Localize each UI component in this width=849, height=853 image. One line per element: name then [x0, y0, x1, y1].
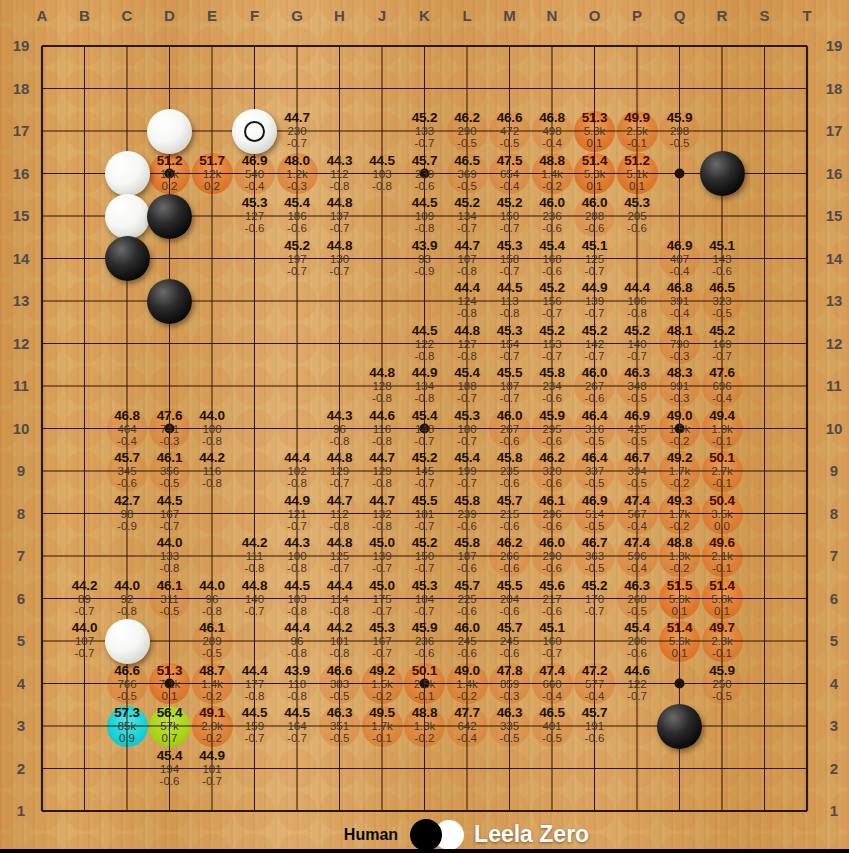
analysis-point-D7[interactable]: 44.0133-0.8 — [128, 536, 212, 574]
winrate-value: 46.1 — [170, 621, 254, 635]
visits-value: 100 — [170, 423, 254, 435]
visits-value: 116 — [170, 465, 254, 477]
analysis-point-R10[interactable]: 49.41.9k-0.1 — [680, 409, 764, 447]
visits-value: 323 — [680, 295, 764, 307]
analysis-point-Q17[interactable]: 45.9298-0.5 — [638, 111, 722, 149]
analysis-point-P16[interactable]: 51.25.1k0.1 — [595, 154, 679, 192]
visits-value: 130 — [298, 253, 382, 265]
black-stone-icon — [410, 819, 442, 851]
visits-value: 137 — [298, 210, 382, 222]
delta-value: -0.1 — [680, 477, 764, 489]
analysis-point-G17[interactable]: 44.7230-0.7 — [255, 111, 339, 149]
visits-value: 298 — [638, 125, 722, 137]
stone-black-R16[interactable] — [700, 151, 745, 196]
black-white-stones-icon — [410, 819, 464, 851]
player-bar: Human Leela Zero — [42, 820, 849, 849]
analysis-point-R11[interactable]: 47.6696-0.4 — [680, 366, 764, 404]
winrate-value: 45.3 — [595, 196, 679, 210]
delta-value: 0.1 — [595, 180, 679, 192]
analysis-point-E10[interactable]: 44.0100-0.8 — [170, 409, 254, 447]
winrate-value: 49.7 — [680, 621, 764, 635]
delta-value: -0.7 — [128, 520, 212, 532]
visits-value: 3.5k — [680, 508, 764, 520]
visits-value: 5.6k — [680, 593, 764, 605]
visits-value: 101 — [170, 763, 254, 775]
visits-value: 122 — [595, 678, 679, 690]
delta-value: -0.7 — [255, 137, 339, 149]
analysis-point-E2[interactable]: 44.9101-0.7 — [170, 749, 254, 787]
stone-black-D13[interactable] — [147, 279, 192, 324]
analysis-point-P4[interactable]: 44.6122-0.7 — [595, 664, 679, 702]
analysis-point-N5[interactable]: 45.1160-0.7 — [510, 621, 594, 659]
delta-value: -0.7 — [553, 265, 637, 277]
visits-value: 160 — [510, 635, 594, 647]
delta-value: -0.7 — [43, 647, 127, 659]
stone-white-D17[interactable] — [147, 109, 192, 154]
analysis-point-R8[interactable]: 50.43.5k0.0 — [680, 494, 764, 532]
delta-value: -0.7 — [680, 350, 764, 362]
delta-value: -0.6 — [680, 265, 764, 277]
winrate-value: 45.9 — [680, 664, 764, 678]
delta-value: 0.1 — [680, 605, 764, 617]
analysis-point-R4[interactable]: 45.9250-0.5 — [680, 664, 764, 702]
analysis-point-R5[interactable]: 49.72.3k-0.1 — [680, 621, 764, 659]
delta-value: -0.5 — [680, 690, 764, 702]
winrate-value: 47.6 — [680, 366, 764, 380]
stone-black-D15[interactable] — [147, 194, 192, 239]
winrate-value: 45.1 — [553, 239, 637, 253]
delta-value: -0.8 — [170, 435, 254, 447]
delta-value: -0.7 — [510, 647, 594, 659]
visits-value: 125 — [553, 253, 637, 265]
winrate-value: 44.8 — [298, 196, 382, 210]
winrate-value: 44.2 — [170, 451, 254, 465]
analysis-point-E5[interactable]: 46.1289-0.5 — [170, 621, 254, 659]
winrate-value: 51.4 — [680, 579, 764, 593]
delta-value: -0.4 — [680, 392, 764, 404]
analysis-point-R13[interactable]: 46.5323-0.5 — [680, 281, 764, 319]
winrate-value: 44.8 — [298, 239, 382, 253]
analysis-point-B5[interactable]: 44.0107-0.7 — [43, 621, 127, 659]
visits-value: 2.3k — [680, 635, 764, 647]
winrate-value: 49.6 — [680, 536, 764, 550]
analysis-point-O3[interactable]: 45.7191-0.6 — [553, 706, 637, 744]
visits-value: 167 — [128, 508, 212, 520]
analysis-point-P15[interactable]: 45.3205-0.6 — [595, 196, 679, 234]
visits-value: 289 — [170, 635, 254, 647]
winrate-value: 44.9 — [170, 749, 254, 763]
analysis-point-R7[interactable]: 49.62.1k-0.1 — [680, 536, 764, 574]
visits-value: 143 — [680, 253, 764, 265]
winrate-value: 44.5 — [128, 494, 212, 508]
winrate-value: 44.6 — [595, 664, 679, 678]
winrate-value: 45.2 — [680, 324, 764, 338]
analysis-point-R6[interactable]: 51.45.6k0.1 — [680, 579, 764, 617]
winrate-value: 45.9 — [638, 111, 722, 125]
winrate-value: 45.1 — [680, 239, 764, 253]
analysis-point-E9[interactable]: 44.2116-0.8 — [170, 451, 254, 489]
stone-white-C15[interactable] — [105, 194, 150, 239]
delta-value: -0.7 — [595, 690, 679, 702]
visits-value: 2.7k — [680, 465, 764, 477]
winrate-value: 50.4 — [680, 494, 764, 508]
visits-value: 169 — [680, 338, 764, 350]
visits-value: 205 — [595, 210, 679, 222]
bottom-strip — [0, 849, 849, 853]
analysis-point-O14[interactable]: 45.1125-0.7 — [553, 239, 637, 277]
stone-black-C14[interactable] — [105, 236, 150, 281]
delta-value: -0.1 — [680, 435, 764, 447]
stone-black-Q3[interactable] — [657, 704, 702, 749]
winrate-value: 45.1 — [510, 621, 594, 635]
visits-value: 2.1k — [680, 550, 764, 562]
delta-value: -0.8 — [170, 477, 254, 489]
visits-value: 107 — [43, 635, 127, 647]
winrate-value: 49.4 — [680, 409, 764, 423]
delta-value: -0.7 — [170, 775, 254, 787]
winrate-value: 46.5 — [680, 281, 764, 295]
analysis-point-H15[interactable]: 44.8137-0.7 — [298, 196, 382, 234]
winrate-value: 44.0 — [43, 621, 127, 635]
winrate-value: 44.0 — [170, 409, 254, 423]
delta-value: -0.7 — [298, 265, 382, 277]
visits-value: 696 — [680, 380, 764, 392]
human-player-label: Human — [344, 826, 398, 844]
winrate-value: 45.7 — [553, 706, 637, 720]
winrate-value: 44.7 — [255, 111, 339, 125]
visits-value: 133 — [128, 550, 212, 562]
delta-value: -0.7 — [298, 222, 382, 234]
analysis-point-D8[interactable]: 44.5167-0.7 — [128, 494, 212, 532]
winrate-value: 50.1 — [680, 451, 764, 465]
delta-value: -0.5 — [638, 137, 722, 149]
analysis-point-R9[interactable]: 50.12.7k-0.1 — [680, 451, 764, 489]
analysis-point-R14[interactable]: 45.1143-0.6 — [680, 239, 764, 277]
visits-value: 5.1k — [595, 168, 679, 180]
delta-value: 0.0 — [680, 520, 764, 532]
delta-value: -0.8 — [128, 562, 212, 574]
visits-value: 191 — [553, 720, 637, 732]
delta-value: -0.6 — [553, 732, 637, 744]
winrate-value: 51.2 — [595, 154, 679, 168]
analysis-point-R12[interactable]: 45.2169-0.7 — [680, 324, 764, 362]
visits-value: 250 — [680, 678, 764, 690]
go-analysis-app: ABCDEFGHJKLMNOPQRST191918181717161615151… — [0, 0, 849, 853]
delta-value: -0.1 — [680, 647, 764, 659]
delta-value: -0.6 — [595, 222, 679, 234]
visits-value: 230 — [255, 125, 339, 137]
delta-value: -0.5 — [680, 307, 764, 319]
visits-value: 1.9k — [680, 423, 764, 435]
delta-value: -0.1 — [680, 562, 764, 574]
delta-value: -0.5 — [170, 647, 254, 659]
analysis-point-H14[interactable]: 44.8130-0.7 — [298, 239, 382, 277]
engine-player-label: Leela Zero — [474, 821, 589, 848]
winrate-value: 44.0 — [128, 536, 212, 550]
